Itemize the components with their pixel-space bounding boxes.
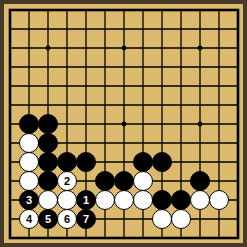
stone-white — [38, 190, 58, 210]
stone-black — [114, 171, 134, 191]
stone-white — [19, 171, 39, 191]
stone-black — [38, 114, 58, 134]
star-point — [198, 122, 203, 127]
stone-white — [190, 190, 210, 210]
stone-white — [19, 133, 39, 153]
star-point — [122, 122, 127, 127]
stone-black — [95, 171, 115, 191]
stone-black — [133, 152, 153, 172]
move-5-stone-black: 5 — [38, 209, 58, 229]
stone-white — [19, 152, 39, 172]
star-point — [198, 46, 203, 51]
stone-black — [190, 171, 210, 191]
move-7-stone-black: 7 — [76, 209, 96, 229]
stone-black — [152, 190, 172, 210]
stone-white — [209, 190, 229, 210]
stone-black — [76, 152, 96, 172]
stone-black — [152, 152, 172, 172]
go-board[interactable]: 2314567 — [4, 4, 243, 243]
stone-white — [133, 190, 153, 210]
move-6-stone-white: 6 — [57, 209, 77, 229]
stone-white — [114, 190, 134, 210]
stone-black — [38, 152, 58, 172]
stone-black — [38, 133, 58, 153]
stone-white — [95, 190, 115, 210]
stone-black — [57, 152, 77, 172]
stone-white — [171, 209, 191, 229]
star-point — [46, 46, 51, 51]
move-4-stone-white: 4 — [19, 209, 39, 229]
star-point — [122, 46, 127, 51]
stone-white — [57, 190, 77, 210]
stone-black — [171, 190, 191, 210]
stone-white — [133, 171, 153, 191]
move-1-stone-black: 1 — [76, 190, 96, 210]
stone-black — [19, 114, 39, 134]
stone-black — [38, 171, 58, 191]
move-2-stone-white: 2 — [57, 171, 77, 191]
move-3-stone-black: 3 — [19, 190, 39, 210]
board-frame: 2314567 — [0, 0, 247, 247]
stone-white — [152, 209, 172, 229]
